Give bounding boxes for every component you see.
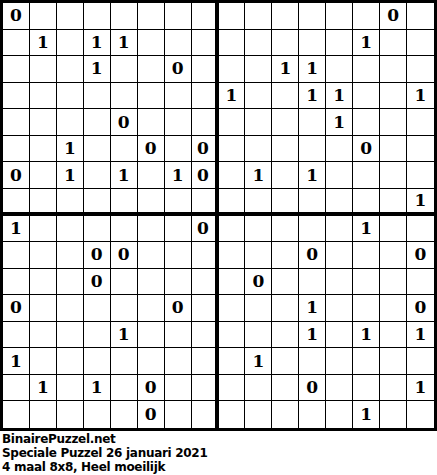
cell-r3c13-empty[interactable] (353, 83, 380, 110)
cell-r13c11-empty[interactable] (299, 348, 326, 375)
cell-r11c5-empty[interactable] (138, 295, 165, 322)
cell-r0c9-empty[interactable] (245, 3, 272, 30)
cell-r4c13-empty[interactable] (353, 109, 380, 136)
cell-r8c10-empty[interactable] (272, 216, 299, 243)
cell-r4c15-empty[interactable] (407, 109, 434, 136)
cell-r12c4-given-1[interactable]: 1 (111, 322, 138, 349)
cell-r12c0-empty[interactable] (3, 322, 30, 349)
cell-r0c0-given-0[interactable]: 0 (3, 3, 30, 30)
cell-r14c11-given-0[interactable]: 0 (299, 375, 326, 402)
cell-r13c13-empty[interactable] (353, 348, 380, 375)
cell-r10c3-given-0[interactable]: 0 (84, 269, 111, 296)
cell-r13c3-empty[interactable] (84, 348, 111, 375)
cell-r1c13-given-1[interactable]: 1 (353, 30, 380, 57)
cell-r9c10-empty[interactable] (272, 242, 299, 269)
cell-r14c6-empty[interactable] (165, 375, 192, 402)
cell-r9c4-given-0[interactable]: 0 (111, 242, 138, 269)
cell-r8c2-empty[interactable] (57, 216, 84, 243)
cell-r5c13-given-0[interactable]: 0 (353, 136, 380, 163)
cell-r3c9-empty[interactable] (245, 83, 272, 110)
cell-r10c8-empty[interactable] (219, 269, 246, 296)
cell-r15c15-empty[interactable] (407, 401, 434, 428)
cell-r5c2-given-1[interactable]: 1 (57, 136, 84, 163)
cell-r11c8-empty[interactable] (219, 295, 246, 322)
cell-r14c14-empty[interactable] (380, 375, 407, 402)
cell-r10c2-empty[interactable] (57, 269, 84, 296)
cell-r9c7-empty[interactable] (192, 242, 219, 269)
cell-r10c11-empty[interactable] (299, 269, 326, 296)
cell-r3c7-empty[interactable] (192, 83, 219, 110)
cell-r9c11-given-0[interactable]: 0 (299, 242, 326, 269)
cell-r13c14-empty[interactable] (380, 348, 407, 375)
cell-r15c13-given-1[interactable]: 1 (353, 401, 380, 428)
cell-r1c1-given-1[interactable]: 1 (30, 30, 57, 57)
cell-r6c6-given-1[interactable]: 1 (165, 162, 192, 189)
cell-r5c12-empty[interactable] (326, 136, 353, 163)
cell-r4c11-empty[interactable] (299, 109, 326, 136)
cell-r4c5-empty[interactable] (138, 109, 165, 136)
cell-r11c0-given-0[interactable]: 0 (3, 295, 30, 322)
cell-r9c14-empty[interactable] (380, 242, 407, 269)
cell-r1c9-empty[interactable] (245, 30, 272, 57)
cell-r15c4-empty[interactable] (111, 401, 138, 428)
cell-r8c9-empty[interactable] (245, 216, 272, 243)
cell-r2c11-given-1[interactable]: 1 (299, 56, 326, 83)
cell-r1c5-empty[interactable] (138, 30, 165, 57)
cell-r0c2-empty[interactable] (57, 3, 84, 30)
cell-r10c1-empty[interactable] (30, 269, 57, 296)
cell-r6c13-empty[interactable] (353, 162, 380, 189)
cell-r12c14-empty[interactable] (380, 322, 407, 349)
cell-r0c8-empty[interactable] (219, 3, 246, 30)
cell-r2c1-empty[interactable] (30, 56, 57, 83)
cell-r5c8-empty[interactable] (219, 136, 246, 163)
cell-r2c7-empty[interactable] (192, 56, 219, 83)
cell-r9c12-empty[interactable] (326, 242, 353, 269)
cell-r12c9-empty[interactable] (245, 322, 272, 349)
cell-r5c6-empty[interactable] (165, 136, 192, 163)
cell-r4c7-empty[interactable] (192, 109, 219, 136)
cell-r0c5-empty[interactable] (138, 3, 165, 30)
cell-r8c13-given-1[interactable]: 1 (353, 216, 380, 243)
cell-r8c12-empty[interactable] (326, 216, 353, 243)
cell-r3c11-given-1[interactable]: 1 (299, 83, 326, 110)
cell-r7c1-empty[interactable] (30, 189, 57, 216)
cell-r4c3-empty[interactable] (84, 109, 111, 136)
cell-r15c11-empty[interactable] (299, 401, 326, 428)
cell-r6c5-empty[interactable] (138, 162, 165, 189)
cell-r2c0-empty[interactable] (3, 56, 30, 83)
cell-r2c5-empty[interactable] (138, 56, 165, 83)
cell-r1c11-empty[interactable] (299, 30, 326, 57)
cell-r0c13-empty[interactable] (353, 3, 380, 30)
cell-r4c9-empty[interactable] (245, 109, 272, 136)
cell-r5c0-empty[interactable] (3, 136, 30, 163)
cell-r6c3-empty[interactable] (84, 162, 111, 189)
cell-r5c1-empty[interactable] (30, 136, 57, 163)
cell-r2c6-given-0[interactable]: 0 (165, 56, 192, 83)
cell-r3c8-given-1[interactable]: 1 (219, 83, 246, 110)
cell-r14c4-empty[interactable] (111, 375, 138, 402)
puzzle-page: 0011111011111101100001110111101000000001… (0, 0, 437, 475)
cell-r7c15-given-1[interactable]: 1 (407, 189, 434, 216)
cell-r6c15-empty[interactable] (407, 162, 434, 189)
cell-r2c10-given-1[interactable]: 1 (272, 56, 299, 83)
cell-r9c6-empty[interactable] (165, 242, 192, 269)
cell-r10c7-empty[interactable] (192, 269, 219, 296)
cell-r11c2-empty[interactable] (57, 295, 84, 322)
cell-r10c4-empty[interactable] (111, 269, 138, 296)
cell-r12c8-empty[interactable] (219, 322, 246, 349)
cell-r0c12-empty[interactable] (326, 3, 353, 30)
cell-r13c9-given-1[interactable]: 1 (245, 348, 272, 375)
cell-r14c8-empty[interactable] (219, 375, 246, 402)
cell-r3c3-empty[interactable] (84, 83, 111, 110)
cell-r4c10-empty[interactable] (272, 109, 299, 136)
cell-r7c9-empty[interactable] (245, 189, 272, 216)
cell-r3c12-given-1[interactable]: 1 (326, 83, 353, 110)
cell-r0c1-empty[interactable] (30, 3, 57, 30)
cell-r1c2-empty[interactable] (57, 30, 84, 57)
cell-r1c4-given-1[interactable]: 1 (111, 30, 138, 57)
cell-r9c1-empty[interactable] (30, 242, 57, 269)
cell-r6c9-given-1[interactable]: 1 (245, 162, 272, 189)
cell-r6c4-given-1[interactable]: 1 (111, 162, 138, 189)
cell-r2c3-given-1[interactable]: 1 (84, 56, 111, 83)
cell-r15c5-given-0[interactable]: 0 (138, 401, 165, 428)
puzzle-difficulty: 4 maal 8x8, Heel moeilijk (2, 460, 437, 474)
cell-r8c14-empty[interactable] (380, 216, 407, 243)
cell-r12c5-empty[interactable] (138, 322, 165, 349)
cell-r15c3-empty[interactable] (84, 401, 111, 428)
cell-r6c1-empty[interactable] (30, 162, 57, 189)
cell-r0c7-empty[interactable] (192, 3, 219, 30)
cell-r3c0-empty[interactable] (3, 83, 30, 110)
cell-r8c6-empty[interactable] (165, 216, 192, 243)
cell-r7c0-empty[interactable] (3, 189, 30, 216)
cell-r14c10-empty[interactable] (272, 375, 299, 402)
cell-r14c15-given-1[interactable]: 1 (407, 375, 434, 402)
cell-r2c8-empty[interactable] (219, 56, 246, 83)
cell-r11c14-empty[interactable] (380, 295, 407, 322)
cell-r10c5-empty[interactable] (138, 269, 165, 296)
cell-r13c8-empty[interactable] (219, 348, 246, 375)
cell-r8c5-empty[interactable] (138, 216, 165, 243)
cell-r13c6-empty[interactable] (165, 348, 192, 375)
cell-r11c1-empty[interactable] (30, 295, 57, 322)
cell-r10c13-empty[interactable] (353, 269, 380, 296)
cell-r3c15-given-1[interactable]: 1 (407, 83, 434, 110)
cell-r15c6-empty[interactable] (165, 401, 192, 428)
cell-r8c4-empty[interactable] (111, 216, 138, 243)
cell-r3c2-empty[interactable] (57, 83, 84, 110)
cell-r14c1-given-1[interactable]: 1 (30, 375, 57, 402)
cell-r15c1-empty[interactable] (30, 401, 57, 428)
cell-r7c11-empty[interactable] (299, 189, 326, 216)
cell-r5c3-empty[interactable] (84, 136, 111, 163)
cell-r14c2-empty[interactable] (57, 375, 84, 402)
cell-r14c3-given-1[interactable]: 1 (84, 375, 111, 402)
cell-r13c12-empty[interactable] (326, 348, 353, 375)
cell-r11c12-empty[interactable] (326, 295, 353, 322)
cell-r9c0-empty[interactable] (3, 242, 30, 269)
cell-r7c5-empty[interactable] (138, 189, 165, 216)
puzzle-title: Speciale Puzzel 26 januari 2021 (2, 446, 437, 460)
cell-r7c3-empty[interactable] (84, 189, 111, 216)
cell-r14c0-empty[interactable] (3, 375, 30, 402)
cell-r11c13-empty[interactable] (353, 295, 380, 322)
cell-r7c10-empty[interactable] (272, 189, 299, 216)
cell-r0c15-empty[interactable] (407, 3, 434, 30)
cell-r12c15-given-1[interactable]: 1 (407, 322, 434, 349)
cell-r0c10-empty[interactable] (272, 3, 299, 30)
cell-r12c11-given-1[interactable]: 1 (299, 322, 326, 349)
cell-r4c1-empty[interactable] (30, 109, 57, 136)
cell-r9c15-given-0[interactable]: 0 (407, 242, 434, 269)
cell-r1c12-empty[interactable] (326, 30, 353, 57)
cell-r4c2-empty[interactable] (57, 109, 84, 136)
cell-r4c0-empty[interactable] (3, 109, 30, 136)
binary-puzzle-board: 0011111011111101100001110111101000000001… (0, 0, 437, 431)
cell-r14c12-empty[interactable] (326, 375, 353, 402)
cell-r8c7-given-0[interactable]: 0 (192, 216, 219, 243)
cell-r2c4-empty[interactable] (111, 56, 138, 83)
cell-r14c5-given-0[interactable]: 0 (138, 375, 165, 402)
cell-r4c4-given-0[interactable]: 0 (111, 109, 138, 136)
cell-r15c7-empty[interactable] (192, 401, 219, 428)
cell-r4c12-given-1[interactable]: 1 (326, 109, 353, 136)
cell-r10c9-given-0[interactable]: 0 (245, 269, 272, 296)
cell-r12c2-empty[interactable] (57, 322, 84, 349)
cell-r1c15-empty[interactable] (407, 30, 434, 57)
cell-r12c6-empty[interactable] (165, 322, 192, 349)
cell-r1c6-empty[interactable] (165, 30, 192, 57)
cell-r14c9-empty[interactable] (245, 375, 272, 402)
cell-r7c7-empty[interactable] (192, 189, 219, 216)
cell-r9c9-empty[interactable] (245, 242, 272, 269)
cell-r6c11-given-1[interactable]: 1 (299, 162, 326, 189)
cell-r9c8-empty[interactable] (219, 242, 246, 269)
cell-r15c12-empty[interactable] (326, 401, 353, 428)
cell-r7c12-empty[interactable] (326, 189, 353, 216)
cell-r14c13-empty[interactable] (353, 375, 380, 402)
cell-r7c2-empty[interactable] (57, 189, 84, 216)
cell-r12c12-empty[interactable] (326, 322, 353, 349)
cell-r10c15-empty[interactable] (407, 269, 434, 296)
cell-r15c9-empty[interactable] (245, 401, 272, 428)
cell-r5c4-empty[interactable] (111, 136, 138, 163)
cell-r9c3-given-0[interactable]: 0 (84, 242, 111, 269)
cell-r13c1-empty[interactable] (30, 348, 57, 375)
cell-r8c3-empty[interactable] (84, 216, 111, 243)
cell-r3c1-empty[interactable] (30, 83, 57, 110)
cell-r0c11-empty[interactable] (299, 3, 326, 30)
cell-r7c4-empty[interactable] (111, 189, 138, 216)
cell-r7c6-empty[interactable] (165, 189, 192, 216)
cell-r2c14-empty[interactable] (380, 56, 407, 83)
cell-r0c6-empty[interactable] (165, 3, 192, 30)
cell-r6c14-empty[interactable] (380, 162, 407, 189)
cell-r5c5-given-0[interactable]: 0 (138, 136, 165, 163)
cell-r10c12-empty[interactable] (326, 269, 353, 296)
cell-r3c10-empty[interactable] (272, 83, 299, 110)
cell-r5c7-given-0[interactable]: 0 (192, 136, 219, 163)
puzzle-footer: BinairePuzzel.net Speciale Puzzel 26 jan… (0, 431, 437, 474)
cell-r2c13-empty[interactable] (353, 56, 380, 83)
cell-r11c11-given-1[interactable]: 1 (299, 295, 326, 322)
cell-r1c8-empty[interactable] (219, 30, 246, 57)
cell-r14c7-empty[interactable] (192, 375, 219, 402)
cell-r9c5-empty[interactable] (138, 242, 165, 269)
cell-r11c3-empty[interactable] (84, 295, 111, 322)
cell-r0c14-given-0[interactable]: 0 (380, 3, 407, 30)
cell-r13c15-empty[interactable] (407, 348, 434, 375)
cell-r4c8-empty[interactable] (219, 109, 246, 136)
cell-r10c14-empty[interactable] (380, 269, 407, 296)
cell-r11c9-empty[interactable] (245, 295, 272, 322)
cell-r5c10-empty[interactable] (272, 136, 299, 163)
cell-r10c0-empty[interactable] (3, 269, 30, 296)
cell-r3c6-empty[interactable] (165, 83, 192, 110)
cell-r12c10-empty[interactable] (272, 322, 299, 349)
cell-r8c1-empty[interactable] (30, 216, 57, 243)
cell-r15c8-empty[interactable] (219, 401, 246, 428)
cell-r10c6-empty[interactable] (165, 269, 192, 296)
cell-r9c13-empty[interactable] (353, 242, 380, 269)
cell-r12c7-empty[interactable] (192, 322, 219, 349)
cell-r7c8-empty[interactable] (219, 189, 246, 216)
cell-r3c14-empty[interactable] (380, 83, 407, 110)
cell-r13c0-given-1[interactable]: 1 (3, 348, 30, 375)
cell-r15c14-empty[interactable] (380, 401, 407, 428)
cell-r15c0-empty[interactable] (3, 401, 30, 428)
cell-r8c8-empty[interactable] (219, 216, 246, 243)
cell-r0c3-empty[interactable] (84, 3, 111, 30)
cell-r2c12-empty[interactable] (326, 56, 353, 83)
cell-r12c3-empty[interactable] (84, 322, 111, 349)
cell-r2c15-empty[interactable] (407, 56, 434, 83)
cell-r6c10-empty[interactable] (272, 162, 299, 189)
cell-r6c0-given-0[interactable]: 0 (3, 162, 30, 189)
cell-r5c9-empty[interactable] (245, 136, 272, 163)
cell-r1c7-empty[interactable] (192, 30, 219, 57)
cell-r8c11-empty[interactable] (299, 216, 326, 243)
cell-r6c8-empty[interactable] (219, 162, 246, 189)
cell-r13c2-empty[interactable] (57, 348, 84, 375)
cell-r3c5-empty[interactable] (138, 83, 165, 110)
site-name: BinairePuzzel.net (2, 432, 437, 446)
cell-r11c15-given-0[interactable]: 0 (407, 295, 434, 322)
cell-r13c4-empty[interactable] (111, 348, 138, 375)
cell-r6c12-empty[interactable] (326, 162, 353, 189)
cell-r13c7-empty[interactable] (192, 348, 219, 375)
cell-r7c14-empty[interactable] (380, 189, 407, 216)
cell-r13c5-empty[interactable] (138, 348, 165, 375)
cell-r6c2-given-1[interactable]: 1 (57, 162, 84, 189)
cell-r4c6-empty[interactable] (165, 109, 192, 136)
cell-r15c10-empty[interactable] (272, 401, 299, 428)
cell-r2c2-empty[interactable] (57, 56, 84, 83)
cell-r1c0-empty[interactable] (3, 30, 30, 57)
cell-r0c4-empty[interactable] (111, 3, 138, 30)
cell-r2c9-empty[interactable] (245, 56, 272, 83)
cell-r15c2-empty[interactable] (57, 401, 84, 428)
cell-r1c3-given-1[interactable]: 1 (84, 30, 111, 57)
cell-r11c4-empty[interactable] (111, 295, 138, 322)
cell-r11c7-empty[interactable] (192, 295, 219, 322)
cell-r6c7-given-0[interactable]: 0 (192, 162, 219, 189)
cell-r8c0-given-1[interactable]: 1 (3, 216, 30, 243)
cell-r11c6-given-0[interactable]: 0 (165, 295, 192, 322)
cell-r5c14-empty[interactable] (380, 136, 407, 163)
cell-r11c10-empty[interactable] (272, 295, 299, 322)
cell-r1c14-empty[interactable] (380, 30, 407, 57)
cell-r7c13-empty[interactable] (353, 189, 380, 216)
cell-r4c14-empty[interactable] (380, 109, 407, 136)
cell-r9c2-empty[interactable] (57, 242, 84, 269)
cell-r3c4-empty[interactable] (111, 83, 138, 110)
cell-r5c15-empty[interactable] (407, 136, 434, 163)
cell-r1c10-empty[interactable] (272, 30, 299, 57)
cell-r5c11-empty[interactable] (299, 136, 326, 163)
cell-r13c10-empty[interactable] (272, 348, 299, 375)
cell-r8c15-empty[interactable] (407, 216, 434, 243)
cell-r10c10-empty[interactable] (272, 269, 299, 296)
cell-r12c1-empty[interactable] (30, 322, 57, 349)
cell-r12c13-given-1[interactable]: 1 (353, 322, 380, 349)
